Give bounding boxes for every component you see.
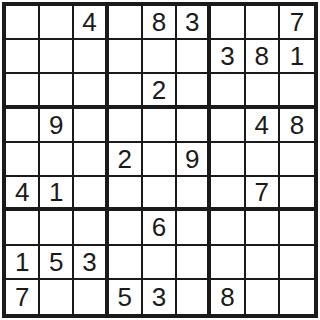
cell-r7c5[interactable]: 6: [143, 211, 177, 245]
cell-r3c7[interactable]: [211, 74, 245, 108]
cell-r8c1[interactable]: 1: [6, 246, 40, 280]
cell-r8c7[interactable]: [211, 246, 245, 280]
cell-r4c5[interactable]: [143, 109, 177, 143]
cell-r7c7[interactable]: [211, 211, 245, 245]
cell-r1c3[interactable]: 4: [74, 6, 108, 40]
cell-r1c4[interactable]: [109, 6, 143, 40]
cell-r2c7[interactable]: 3: [211, 40, 245, 74]
cell-r9c2[interactable]: [40, 280, 74, 314]
cell-r9c7[interactable]: 8: [211, 280, 245, 314]
cell-r3c2[interactable]: [40, 74, 74, 108]
cell-r9c5[interactable]: 3: [143, 280, 177, 314]
cell-r8c3[interactable]: 3: [74, 246, 108, 280]
cell-r3c3[interactable]: [74, 74, 108, 108]
cell-r9c3[interactable]: [74, 280, 108, 314]
cell-r4c6[interactable]: [177, 109, 211, 143]
cell-r3c1[interactable]: [6, 74, 40, 108]
cell-r3c5[interactable]: 2: [143, 74, 177, 108]
cell-r9c4[interactable]: 5: [109, 280, 143, 314]
cell-r6c2[interactable]: 1: [40, 177, 74, 211]
cell-r4c9[interactable]: 8: [280, 109, 314, 143]
cell-r1c8[interactable]: [246, 6, 280, 40]
cell-r8c2[interactable]: 5: [40, 246, 74, 280]
cell-r4c2[interactable]: 9: [40, 109, 74, 143]
cell-r8c6[interactable]: [177, 246, 211, 280]
cell-r4c3[interactable]: [74, 109, 108, 143]
cell-r2c4[interactable]: [109, 40, 143, 74]
cell-r7c1[interactable]: [6, 211, 40, 245]
cell-r7c6[interactable]: [177, 211, 211, 245]
cell-r5c1[interactable]: [6, 143, 40, 177]
cell-r2c8[interactable]: 8: [246, 40, 280, 74]
cell-r3c8[interactable]: [246, 74, 280, 108]
cell-r3c9[interactable]: [280, 74, 314, 108]
cell-r6c4[interactable]: [109, 177, 143, 211]
cell-r6c3[interactable]: [74, 177, 108, 211]
cell-r1c7[interactable]: [211, 6, 245, 40]
cell-r4c1[interactable]: [6, 109, 40, 143]
cell-r6c7[interactable]: [211, 177, 245, 211]
sudoku-board: 483738129482941761537538: [2, 2, 318, 318]
cell-r9c8[interactable]: [246, 280, 280, 314]
cell-r9c6[interactable]: [177, 280, 211, 314]
cell-r7c3[interactable]: [74, 211, 108, 245]
cell-r2c2[interactable]: [40, 40, 74, 74]
cell-r5c9[interactable]: [280, 143, 314, 177]
cell-r8c9[interactable]: [280, 246, 314, 280]
cell-r2c5[interactable]: [143, 40, 177, 74]
cell-r6c1[interactable]: 4: [6, 177, 40, 211]
cell-r5c4[interactable]: 2: [109, 143, 143, 177]
cell-r1c9[interactable]: 7: [280, 6, 314, 40]
cell-r5c6[interactable]: 9: [177, 143, 211, 177]
cell-r7c8[interactable]: [246, 211, 280, 245]
cell-r6c6[interactable]: [177, 177, 211, 211]
cell-r4c7[interactable]: [211, 109, 245, 143]
cell-r9c9[interactable]: [280, 280, 314, 314]
cell-r9c1[interactable]: 7: [6, 280, 40, 314]
cell-r2c9[interactable]: 1: [280, 40, 314, 74]
cell-r1c5[interactable]: 8: [143, 6, 177, 40]
cell-r1c1[interactable]: [6, 6, 40, 40]
cell-r5c8[interactable]: [246, 143, 280, 177]
cell-r5c7[interactable]: [211, 143, 245, 177]
cell-r6c9[interactable]: [280, 177, 314, 211]
cell-r2c3[interactable]: [74, 40, 108, 74]
cell-r4c8[interactable]: 4: [246, 109, 280, 143]
cell-r8c8[interactable]: [246, 246, 280, 280]
cell-r5c2[interactable]: [40, 143, 74, 177]
cell-r2c1[interactable]: [6, 40, 40, 74]
cell-r8c5[interactable]: [143, 246, 177, 280]
cell-r6c8[interactable]: 7: [246, 177, 280, 211]
cell-r7c4[interactable]: [109, 211, 143, 245]
cell-r1c6[interactable]: 3: [177, 6, 211, 40]
cell-r7c2[interactable]: [40, 211, 74, 245]
cell-r5c3[interactable]: [74, 143, 108, 177]
cell-r3c6[interactable]: [177, 74, 211, 108]
cell-r3c4[interactable]: [109, 74, 143, 108]
cell-r1c2[interactable]: [40, 6, 74, 40]
cell-r7c9[interactable]: [280, 211, 314, 245]
cell-r2c6[interactable]: [177, 40, 211, 74]
cell-r6c5[interactable]: [143, 177, 177, 211]
cell-r4c4[interactable]: [109, 109, 143, 143]
cell-r5c5[interactable]: [143, 143, 177, 177]
cell-r8c4[interactable]: [109, 246, 143, 280]
